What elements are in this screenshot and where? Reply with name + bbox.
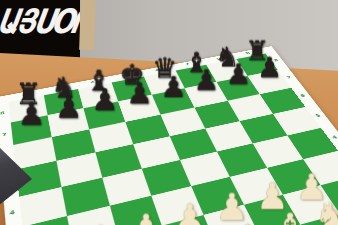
coordinate-label-rank-4: 4 [9, 210, 15, 217]
coordinate-label-file-a: a [22, 93, 27, 97]
board-perspective-wrap: ♜♞♝♚♛♝♞♜♟♟♟♟♟♟♟♟♟♟♟♟♟♟♟♟♜♞♝♛♚♝♞♜ aabbccd… [0, 0, 338, 225]
square-f2: ♟ [244, 195, 300, 225]
coordinate-label-rank-4: 4 [331, 135, 338, 140]
square-c4 [102, 169, 151, 206]
coordinate-label-rank-7: 7 [2, 133, 7, 138]
coordinate-label-file-d: d [123, 74, 128, 78]
coordinate-label-file-h: h [245, 52, 251, 56]
chess-board: ♜♞♝♚♛♝♞♜♟♟♟♟♟♟♟♟♟♟♟♟♟♟♟♟♜♞♝♛♚♝♞♜ aabbccd… [0, 46, 338, 225]
coordinate-label-file-e: e [155, 68, 160, 72]
black-rook: ♜ [14, 79, 41, 109]
coordinate-label-file-f: f [186, 63, 190, 66]
coordinate-label-rank-5: 5 [315, 114, 322, 119]
coordinate-label-rank-6: 6 [300, 94, 307, 98]
photo-canvas: ԱՅՍՕՐ ♜♞♝♚♛♝♞♜♟♟♟♟♟♟♟♟♟♟♟♟♟♟♟♟♜♞♝♛♚♝♞♜ a… [0, 0, 338, 225]
coordinate-label-rank-7: 7 [286, 76, 292, 80]
coordinate-label-file-c: c [90, 81, 95, 85]
coordinate-label-rank-8: 8 [273, 59, 279, 63]
black-bishop: ♝ [85, 66, 111, 95]
square-a6 [13, 137, 56, 170]
coordinate-label-rank-8: 8 [0, 111, 5, 116]
coordinate-label-file-g: g [216, 57, 222, 61]
black-knight: ♞ [50, 72, 76, 101]
coordinate-label-file-b: b [57, 87, 62, 91]
